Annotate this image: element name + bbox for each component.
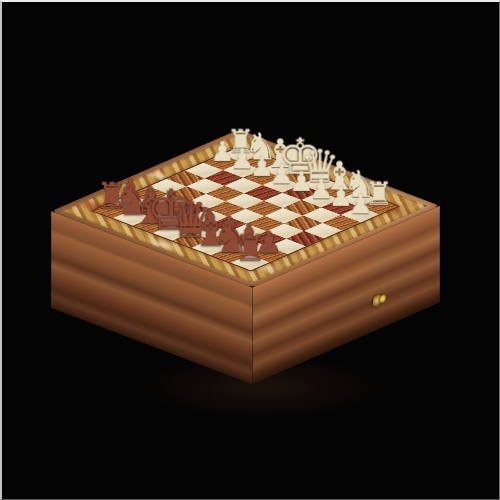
square-e5 [208, 201, 246, 216]
brass-latch-icon [372, 290, 386, 309]
photo-background: ♜♞♝♚♛♝♞♜♟♟♟♟♟♟♟♟♟♟♟♟♟♟♟♟♜♞♝♚♛♝♞♜ [0, 0, 500, 500]
chess-case-3d: ♜♞♝♚♛♝♞♜♟♟♟♟♟♟♟♟♟♟♟♟♟♟♟♟♜♞♝♚♛♝♞♜ [51, 129, 440, 287]
